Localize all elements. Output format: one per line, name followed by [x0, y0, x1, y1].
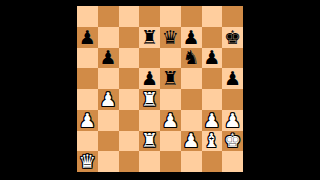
- square-g6[interactable]: ♟: [202, 48, 223, 69]
- square-e7[interactable]: ♛: [160, 27, 181, 48]
- black-pawn-h5: ♟: [224, 69, 241, 88]
- square-e8[interactable]: [160, 6, 181, 27]
- square-f5[interactable]: [181, 68, 202, 89]
- white-rook-d2: ♜: [141, 131, 158, 150]
- square-e5[interactable]: ♜: [160, 68, 181, 89]
- square-h1[interactable]: [222, 151, 243, 172]
- square-a4[interactable]: [77, 89, 98, 110]
- square-c3[interactable]: [119, 110, 140, 131]
- square-b4[interactable]: ♟: [98, 89, 119, 110]
- square-e6[interactable]: [160, 48, 181, 69]
- square-f6[interactable]: ♞: [181, 48, 202, 69]
- square-g1[interactable]: [202, 151, 223, 172]
- square-h7[interactable]: ♚: [222, 27, 243, 48]
- black-knight-f6: ♞: [183, 48, 200, 67]
- white-pawn-a3: ♟: [79, 110, 96, 129]
- square-b8[interactable]: [98, 6, 119, 27]
- square-b6[interactable]: ♟: [98, 48, 119, 69]
- black-pawn-b6: ♟: [100, 48, 117, 67]
- square-g3[interactable]: ♟: [202, 110, 223, 131]
- letterbox-background: ♟♜♛♟♚♟♞♟♟♜♟♟♜♟♟♟♟♜♟♝♚♛: [0, 0, 320, 180]
- white-bishop-g2: ♝: [203, 131, 220, 150]
- square-a1[interactable]: ♛: [77, 151, 98, 172]
- square-e3[interactable]: ♟: [160, 110, 181, 131]
- square-h8[interactable]: [222, 6, 243, 27]
- square-c7[interactable]: [119, 27, 140, 48]
- square-h4[interactable]: [222, 89, 243, 110]
- square-c1[interactable]: [119, 151, 140, 172]
- square-d4[interactable]: ♜: [139, 89, 160, 110]
- square-h2[interactable]: ♚: [222, 131, 243, 152]
- square-c6[interactable]: [119, 48, 140, 69]
- white-pawn-e3: ♟: [162, 110, 179, 129]
- square-b2[interactable]: [98, 131, 119, 152]
- square-d7[interactable]: ♜: [139, 27, 160, 48]
- square-g4[interactable]: [202, 89, 223, 110]
- square-g8[interactable]: [202, 6, 223, 27]
- white-king-h2: ♚: [224, 131, 241, 150]
- square-h5[interactable]: ♟: [222, 68, 243, 89]
- square-f3[interactable]: [181, 110, 202, 131]
- chess-board: ♟♜♛♟♚♟♞♟♟♜♟♟♜♟♟♟♟♜♟♝♚♛: [77, 6, 243, 172]
- square-d6[interactable]: [139, 48, 160, 69]
- square-c4[interactable]: [119, 89, 140, 110]
- square-c5[interactable]: [119, 68, 140, 89]
- square-a3[interactable]: ♟: [77, 110, 98, 131]
- square-f4[interactable]: [181, 89, 202, 110]
- square-c2[interactable]: [119, 131, 140, 152]
- black-king-h7: ♚: [224, 27, 241, 46]
- square-g5[interactable]: [202, 68, 223, 89]
- square-h6[interactable]: [222, 48, 243, 69]
- square-b5[interactable]: [98, 68, 119, 89]
- white-pawn-b4: ♟: [100, 89, 117, 108]
- square-h3[interactable]: ♟: [222, 110, 243, 131]
- square-c8[interactable]: [119, 6, 140, 27]
- square-a6[interactable]: [77, 48, 98, 69]
- square-a5[interactable]: [77, 68, 98, 89]
- white-rook-d4: ♜: [141, 89, 158, 108]
- square-f8[interactable]: [181, 6, 202, 27]
- black-pawn-g6: ♟: [203, 48, 220, 67]
- square-d3[interactable]: [139, 110, 160, 131]
- square-a8[interactable]: [77, 6, 98, 27]
- square-g7[interactable]: [202, 27, 223, 48]
- square-e4[interactable]: [160, 89, 181, 110]
- square-d1[interactable]: [139, 151, 160, 172]
- black-pawn-a7: ♟: [79, 27, 96, 46]
- black-rook-d7: ♜: [141, 27, 158, 46]
- square-b3[interactable]: [98, 110, 119, 131]
- black-queen-e7: ♛: [162, 27, 179, 46]
- black-pawn-d5: ♟: [141, 69, 158, 88]
- black-rook-e5: ♜: [162, 69, 179, 88]
- black-pawn-f7: ♟: [183, 27, 200, 46]
- square-d5[interactable]: ♟: [139, 68, 160, 89]
- square-a2[interactable]: [77, 131, 98, 152]
- white-pawn-f2: ♟: [183, 131, 200, 150]
- square-e2[interactable]: [160, 131, 181, 152]
- square-b1[interactable]: [98, 151, 119, 172]
- square-d8[interactable]: [139, 6, 160, 27]
- white-pawn-g3: ♟: [203, 110, 220, 129]
- white-pawn-h3: ♟: [224, 110, 241, 129]
- square-g2[interactable]: ♝: [202, 131, 223, 152]
- square-a7[interactable]: ♟: [77, 27, 98, 48]
- square-d2[interactable]: ♜: [139, 131, 160, 152]
- square-f7[interactable]: ♟: [181, 27, 202, 48]
- square-f2[interactable]: ♟: [181, 131, 202, 152]
- white-queen-a1: ♛: [79, 152, 96, 171]
- square-b7[interactable]: [98, 27, 119, 48]
- square-f1[interactable]: [181, 151, 202, 172]
- square-e1[interactable]: [160, 151, 181, 172]
